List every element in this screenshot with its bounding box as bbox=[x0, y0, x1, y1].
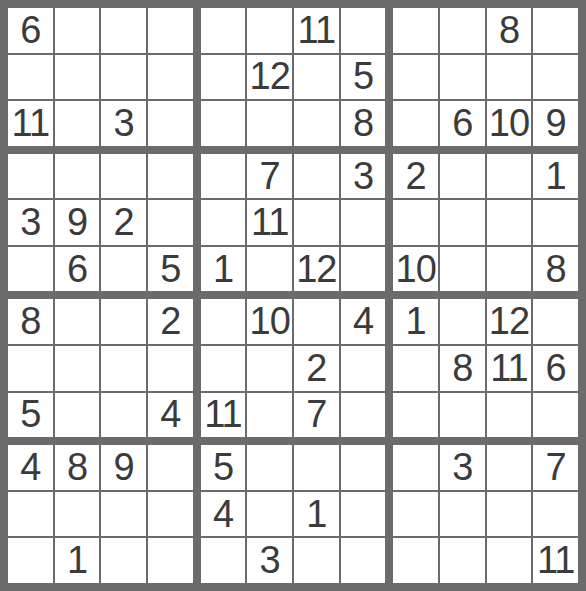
cell-r4c8-given[interactable]: 3 bbox=[341, 154, 386, 199]
cell-r7c6-given[interactable]: 10 bbox=[247, 299, 292, 344]
cell-r6c3[interactable] bbox=[101, 247, 146, 292]
cell-r11c1[interactable] bbox=[8, 492, 53, 537]
cell-r7c8-given[interactable]: 4 bbox=[341, 299, 386, 344]
cell-r2c1[interactable] bbox=[8, 55, 53, 100]
cell-r6c7-given[interactable]: 12 bbox=[294, 247, 339, 292]
cell-r12c5[interactable] bbox=[201, 538, 246, 583]
cell-r10c5-given[interactable]: 5 bbox=[201, 445, 246, 490]
cell-r1c8[interactable] bbox=[341, 8, 386, 53]
cell-r4c7[interactable] bbox=[294, 154, 339, 199]
cell-r1c3[interactable] bbox=[101, 8, 146, 53]
cell-r3c5[interactable] bbox=[201, 101, 246, 146]
cell-r10c4[interactable] bbox=[148, 445, 193, 490]
cell-r12c9[interactable] bbox=[393, 538, 438, 583]
cell-r2c8-given[interactable]: 5 bbox=[341, 55, 386, 100]
cell-r10c2-given[interactable]: 8 bbox=[55, 445, 100, 490]
cell-r11c12[interactable] bbox=[533, 492, 578, 537]
cell-r2c7[interactable] bbox=[294, 55, 339, 100]
cell-r3c3-given[interactable]: 3 bbox=[101, 101, 146, 146]
cell-r8c7-given[interactable]: 2 bbox=[294, 346, 339, 391]
cell-r10c1-given[interactable]: 4 bbox=[8, 445, 53, 490]
cell-r9c5-given[interactable]: 11 bbox=[201, 393, 246, 438]
cell-r12c7[interactable] bbox=[294, 538, 339, 583]
cell-r4c10[interactable] bbox=[440, 154, 485, 199]
cell-r12c4[interactable] bbox=[148, 538, 193, 583]
cell-r12c10[interactable] bbox=[440, 538, 485, 583]
cell-r9c9[interactable] bbox=[393, 393, 438, 438]
cell-r6c10[interactable] bbox=[440, 247, 485, 292]
cell-r5c10[interactable] bbox=[440, 200, 485, 245]
cell-r10c9[interactable] bbox=[393, 445, 438, 490]
sudoku-board: 6118125113861097321392116511210882104112… bbox=[0, 0, 586, 591]
cell-r12c12-given[interactable]: 11 bbox=[533, 538, 578, 583]
cell-r10c3-given[interactable]: 9 bbox=[101, 445, 146, 490]
cell-r11c5-given[interactable]: 4 bbox=[201, 492, 246, 537]
cell-r2c5[interactable] bbox=[201, 55, 246, 100]
cell-r8c3[interactable] bbox=[101, 346, 146, 391]
cell-r5c12[interactable] bbox=[533, 200, 578, 245]
cell-r2c9[interactable] bbox=[393, 55, 438, 100]
cell-r11c11[interactable] bbox=[487, 492, 532, 537]
cell-r8c4[interactable] bbox=[148, 346, 193, 391]
cell-r1c7-given[interactable]: 11 bbox=[294, 8, 339, 53]
cell-r9c2[interactable] bbox=[55, 393, 100, 438]
cell-r4c11[interactable] bbox=[487, 154, 532, 199]
cell-r8c6[interactable] bbox=[247, 346, 292, 391]
cell-r1c1-given[interactable]: 6 bbox=[8, 8, 53, 53]
cell-r8c8[interactable] bbox=[341, 346, 386, 391]
cell-r12c3[interactable] bbox=[101, 538, 146, 583]
cell-r4c9-given[interactable]: 2 bbox=[393, 154, 438, 199]
cell-r4c6-given[interactable]: 7 bbox=[247, 154, 292, 199]
cell-r7c4-given[interactable]: 2 bbox=[148, 299, 193, 344]
cell-r5c2-given[interactable]: 9 bbox=[55, 200, 100, 245]
cell-r10c11[interactable] bbox=[487, 445, 532, 490]
cell-r6c8[interactable] bbox=[341, 247, 386, 292]
cell-r12c2-given[interactable]: 1 bbox=[55, 538, 100, 583]
cell-r12c1[interactable] bbox=[8, 538, 53, 583]
cell-r11c2[interactable] bbox=[55, 492, 100, 537]
cell-r2c2[interactable] bbox=[55, 55, 100, 100]
cell-r2c11[interactable] bbox=[487, 55, 532, 100]
cell-r7c9-given[interactable]: 1 bbox=[393, 299, 438, 344]
cell-r7c2[interactable] bbox=[55, 299, 100, 344]
cell-r1c12[interactable] bbox=[533, 8, 578, 53]
cell-r3c12-given[interactable]: 9 bbox=[533, 101, 578, 146]
cell-r10c12-given[interactable]: 7 bbox=[533, 445, 578, 490]
cell-r12c6-given[interactable]: 3 bbox=[247, 538, 292, 583]
cell-r3c10-given[interactable]: 6 bbox=[440, 101, 485, 146]
cell-r2c10[interactable] bbox=[440, 55, 485, 100]
cell-r11c6[interactable] bbox=[247, 492, 292, 537]
cell-r9c7-given[interactable]: 7 bbox=[294, 393, 339, 438]
cell-r8c5[interactable] bbox=[201, 346, 246, 391]
cell-r3c1-given[interactable]: 11 bbox=[8, 101, 53, 146]
cell-r5c6-given[interactable]: 11 bbox=[247, 200, 292, 245]
cell-r5c8[interactable] bbox=[341, 200, 386, 245]
cell-r4c3[interactable] bbox=[101, 154, 146, 199]
cell-r8c1[interactable] bbox=[8, 346, 53, 391]
cell-r2c6-given[interactable]: 12 bbox=[247, 55, 292, 100]
cell-r5c11[interactable] bbox=[487, 200, 532, 245]
cell-r9c4-given[interactable]: 4 bbox=[148, 393, 193, 438]
cell-r5c1-given[interactable]: 3 bbox=[8, 200, 53, 245]
cell-r6c9-given[interactable]: 10 bbox=[393, 247, 438, 292]
cell-r1c4[interactable] bbox=[148, 8, 193, 53]
cell-r3c8-given[interactable]: 8 bbox=[341, 101, 386, 146]
cell-r5c7[interactable] bbox=[294, 200, 339, 245]
cell-r10c8[interactable] bbox=[341, 445, 386, 490]
cell-r1c11-given[interactable]: 8 bbox=[487, 8, 532, 53]
cell-r6c5-given[interactable]: 1 bbox=[201, 247, 246, 292]
cell-r11c4[interactable] bbox=[148, 492, 193, 537]
cell-r5c3-given[interactable]: 2 bbox=[101, 200, 146, 245]
cell-r1c2[interactable] bbox=[55, 8, 100, 53]
cell-r1c5[interactable] bbox=[201, 8, 246, 53]
cell-r7c5[interactable] bbox=[201, 299, 246, 344]
cell-r2c12[interactable] bbox=[533, 55, 578, 100]
cell-r6c12-given[interactable]: 8 bbox=[533, 247, 578, 292]
cell-r8c10-given[interactable]: 8 bbox=[440, 346, 485, 391]
cell-r8c9[interactable] bbox=[393, 346, 438, 391]
cell-r12c8[interactable] bbox=[341, 538, 386, 583]
cell-r7c12[interactable] bbox=[533, 299, 578, 344]
cell-r3c11-given[interactable]: 10 bbox=[487, 101, 532, 146]
cell-r2c3[interactable] bbox=[101, 55, 146, 100]
cell-r10c7[interactable] bbox=[294, 445, 339, 490]
cell-r11c9[interactable] bbox=[393, 492, 438, 537]
cell-r1c10[interactable] bbox=[440, 8, 485, 53]
cell-r6c6[interactable] bbox=[247, 247, 292, 292]
cell-r3c2[interactable] bbox=[55, 101, 100, 146]
cell-r9c10[interactable] bbox=[440, 393, 485, 438]
cell-r9c1-given[interactable]: 5 bbox=[8, 393, 53, 438]
cell-r9c11[interactable] bbox=[487, 393, 532, 438]
cell-r9c6[interactable] bbox=[247, 393, 292, 438]
cell-r7c10[interactable] bbox=[440, 299, 485, 344]
cell-r8c11-given[interactable]: 11 bbox=[487, 346, 532, 391]
cell-r11c10[interactable] bbox=[440, 492, 485, 537]
cell-r5c9[interactable] bbox=[393, 200, 438, 245]
cell-r4c2[interactable] bbox=[55, 154, 100, 199]
cell-r5c4[interactable] bbox=[148, 200, 193, 245]
cell-r6c4-given[interactable]: 5 bbox=[148, 247, 193, 292]
cell-r7c11-given[interactable]: 12 bbox=[487, 299, 532, 344]
cell-r4c4[interactable] bbox=[148, 154, 193, 199]
cell-r8c2[interactable] bbox=[55, 346, 100, 391]
cell-r8c12-given[interactable]: 6 bbox=[533, 346, 578, 391]
cell-r10c10-given[interactable]: 3 bbox=[440, 445, 485, 490]
cell-r6c1[interactable] bbox=[8, 247, 53, 292]
cell-r7c1-given[interactable]: 8 bbox=[8, 299, 53, 344]
cell-r6c2-given[interactable]: 6 bbox=[55, 247, 100, 292]
cell-r7c3[interactable] bbox=[101, 299, 146, 344]
cell-r1c6[interactable] bbox=[247, 8, 292, 53]
cell-r3c6[interactable] bbox=[247, 101, 292, 146]
cell-r11c8[interactable] bbox=[341, 492, 386, 537]
cell-r5c5[interactable] bbox=[201, 200, 246, 245]
cell-r6c11[interactable] bbox=[487, 247, 532, 292]
cell-r9c3[interactable] bbox=[101, 393, 146, 438]
cell-r1c9[interactable] bbox=[393, 8, 438, 53]
cell-r3c9[interactable] bbox=[393, 101, 438, 146]
cell-r2c4[interactable] bbox=[148, 55, 193, 100]
cell-r11c3[interactable] bbox=[101, 492, 146, 537]
cell-r10c6[interactable] bbox=[247, 445, 292, 490]
cell-r4c5[interactable] bbox=[201, 154, 246, 199]
cell-r3c7[interactable] bbox=[294, 101, 339, 146]
cell-r9c8[interactable] bbox=[341, 393, 386, 438]
cell-r9c12[interactable] bbox=[533, 393, 578, 438]
cell-r12c11[interactable] bbox=[487, 538, 532, 583]
cell-r11c7-given[interactable]: 1 bbox=[294, 492, 339, 537]
cell-r4c1[interactable] bbox=[8, 154, 53, 199]
cell-r4c12-given[interactable]: 1 bbox=[533, 154, 578, 199]
cell-r3c4[interactable] bbox=[148, 101, 193, 146]
cell-r7c7[interactable] bbox=[294, 299, 339, 344]
